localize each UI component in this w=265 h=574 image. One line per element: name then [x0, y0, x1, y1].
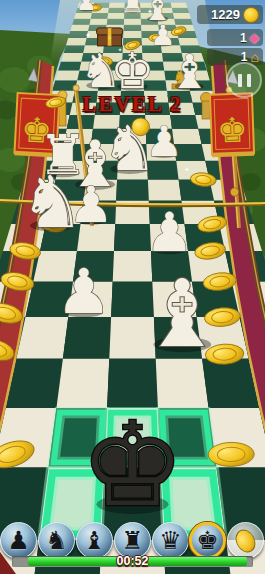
pause-icon: [238, 74, 242, 87]
coin-count: 1229: [211, 7, 240, 22]
white-bishop: ♝: [168, 44, 210, 99]
sparkle-icon: ✦: [147, 8, 153, 16]
gem-count: 1: [240, 31, 247, 45]
coin-icon: [232, 526, 260, 556]
home-counter: 1 ⌂: [207, 48, 263, 65]
svg-text:♚: ♚: [81, 397, 185, 532]
svg-text:♟: ♟: [56, 255, 112, 328]
sparkle-icon: ✦: [85, 31, 92, 40]
gold-coin-icon: [243, 7, 259, 23]
svg-text:♟: ♟: [76, 0, 97, 15]
gold-coin[interactable]: [208, 442, 254, 467]
coin-counter: 1229: [197, 5, 263, 24]
gold-home-icon: ⌂: [251, 50, 259, 64]
svg-text:♝: ♝: [168, 44, 210, 99]
level-title: LEVEL 2: [0, 92, 265, 117]
sparkle-icon: ✦: [184, 166, 190, 174]
white-pawn: ♟: [56, 255, 112, 328]
white-knight: ♞: [20, 160, 85, 244]
svg-text:♞: ♞: [20, 160, 85, 244]
pause-button[interactable]: [226, 62, 262, 98]
white-pawn: ♟: [145, 201, 193, 264]
game-screen: ♞ ♚ ♚ ♟ ♜ ♝: [0, 0, 265, 574]
sparkle-icon: ✦: [117, 46, 122, 53]
timer-value: 00:52: [0, 554, 265, 568]
gem-counter: 1 ◆: [207, 29, 263, 46]
board-scene: ♞ ♚ ♚ ♟ ♜ ♝: [0, 0, 265, 574]
pink-gem-icon: ◆: [250, 32, 259, 44]
player-black-king[interactable]: ♚: [81, 397, 185, 532]
white-pawn: ♟: [76, 0, 97, 15]
svg-text:♟: ♟: [145, 201, 193, 264]
